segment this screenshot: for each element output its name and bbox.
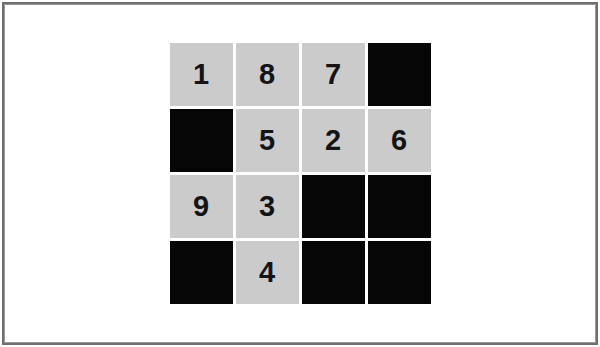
cell-r4c4[interactable] <box>368 241 431 304</box>
cell-r1c2[interactable]: 8 <box>236 43 299 106</box>
cell-number: 8 <box>259 60 275 89</box>
page: 187526934 <box>0 0 600 347</box>
cell-number: 2 <box>325 126 341 155</box>
puzzle-board: 187526934 <box>170 43 431 304</box>
cell-r3c2[interactable]: 3 <box>236 175 299 238</box>
cell-number: 6 <box>391 126 407 155</box>
cell-r1c1[interactable]: 1 <box>170 43 233 106</box>
outer-border-frame: 187526934 <box>2 2 598 345</box>
cell-number: 7 <box>325 60 341 89</box>
cell-r1c4[interactable] <box>368 43 431 106</box>
cell-number: 4 <box>259 258 275 287</box>
cell-r4c3[interactable] <box>302 241 365 304</box>
cell-number: 5 <box>259 126 275 155</box>
cell-r2c3[interactable]: 2 <box>302 109 365 172</box>
cell-r4c1[interactable] <box>170 241 233 304</box>
cell-number: 9 <box>193 192 209 221</box>
cell-r3c1[interactable]: 9 <box>170 175 233 238</box>
cell-r2c1[interactable] <box>170 109 233 172</box>
cell-number: 3 <box>259 192 275 221</box>
cell-r3c4[interactable] <box>368 175 431 238</box>
cell-number: 1 <box>193 60 209 89</box>
cell-r3c3[interactable] <box>302 175 365 238</box>
cell-r1c3[interactable]: 7 <box>302 43 365 106</box>
cell-r2c4[interactable]: 6 <box>368 109 431 172</box>
cell-r2c2[interactable]: 5 <box>236 109 299 172</box>
cell-r4c2[interactable]: 4 <box>236 241 299 304</box>
